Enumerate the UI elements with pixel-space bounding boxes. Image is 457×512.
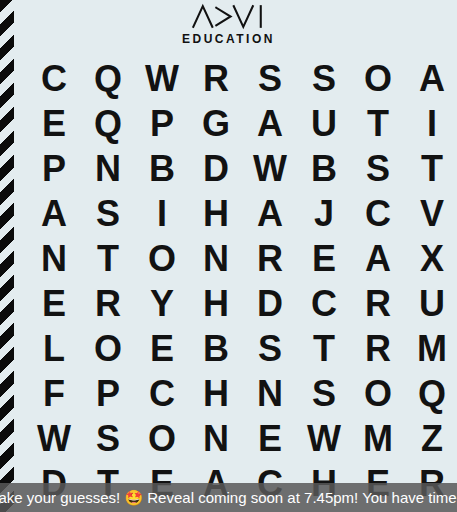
grid-cell: A	[243, 101, 297, 146]
grid-cell: R	[81, 281, 135, 326]
hazard-stripe-border	[0, 0, 14, 512]
grid-cell: M	[351, 416, 405, 461]
grid-cell: H	[189, 281, 243, 326]
grid-cell: F	[27, 371, 81, 416]
grid-cell: E	[297, 236, 351, 281]
grid-cell: B	[189, 326, 243, 371]
grid-cell: C	[27, 56, 81, 101]
grid-cell: T	[405, 146, 457, 191]
grid-cell: T	[351, 101, 405, 146]
grid-cell: N	[81, 146, 135, 191]
grid-cell: S	[81, 416, 135, 461]
grid-cell: V	[405, 191, 457, 236]
grid-cell: S	[243, 326, 297, 371]
grid-cell: Q	[405, 371, 457, 416]
grid-cell: N	[189, 416, 243, 461]
grid-cell: E	[27, 281, 81, 326]
grid-cell: O	[351, 56, 405, 101]
grid-cell: R	[243, 236, 297, 281]
advi-logo-icon	[189, 3, 269, 30]
word-search-screenshot: EDUCATION CQWRSSOAEQPGAUTIPNBDWBSTASIHAJ…	[0, 0, 457, 512]
header: EDUCATION	[0, 3, 457, 46]
grid-cell: U	[405, 281, 457, 326]
grid-cell: Z	[405, 416, 457, 461]
grid-cell: E	[27, 101, 81, 146]
grid-cell: R	[189, 56, 243, 101]
word-search-grid: CQWRSSOAEQPGAUTIPNBDWBSTASIHAJCVNTONREAX…	[27, 56, 457, 506]
logo-education-label: EDUCATION	[0, 32, 457, 46]
grid-cell: U	[297, 101, 351, 146]
banner-message: Make your guesses! 🤩 Reveal coming soon …	[0, 489, 457, 507]
grid-cell: O	[135, 236, 189, 281]
grid-cell: P	[81, 371, 135, 416]
grid-cell: N	[27, 236, 81, 281]
grid-cell: R	[351, 326, 405, 371]
grid-cell: T	[81, 236, 135, 281]
grid-cell: I	[135, 191, 189, 236]
overlay-banner: Make your guesses! 🤩 Reveal coming soon …	[0, 483, 457, 512]
grid-cell: M	[405, 326, 457, 371]
grid-cell: A	[27, 191, 81, 236]
grid-cell: A	[351, 236, 405, 281]
grid-cell: G	[189, 101, 243, 146]
grid-cell: P	[27, 146, 81, 191]
grid-cell: O	[351, 371, 405, 416]
grid-cell: N	[243, 371, 297, 416]
grid-cell: Q	[81, 56, 135, 101]
grid-cell: D	[243, 281, 297, 326]
grid-cell: S	[297, 371, 351, 416]
grid-cell: A	[405, 56, 457, 101]
grid-cell: N	[189, 236, 243, 281]
grid-cell: X	[405, 236, 457, 281]
grid-cell: Y	[135, 281, 189, 326]
grid-cell: O	[135, 416, 189, 461]
grid-cell: S	[351, 146, 405, 191]
grid-cell: L	[27, 326, 81, 371]
grid-cell: W	[135, 56, 189, 101]
grid-cell: O	[81, 326, 135, 371]
grid-cell: T	[297, 326, 351, 371]
grid-cell: B	[135, 146, 189, 191]
grid-cell: A	[243, 191, 297, 236]
grid-cell: E	[135, 326, 189, 371]
grid-cell: W	[27, 416, 81, 461]
grid-cell: R	[351, 281, 405, 326]
grid-cell: S	[297, 56, 351, 101]
grid-cell: P	[135, 101, 189, 146]
grid-cell: D	[189, 146, 243, 191]
grid-cell: S	[243, 56, 297, 101]
grid-cell: I	[405, 101, 457, 146]
grid-cell: C	[351, 191, 405, 236]
grid-cell: E	[243, 416, 297, 461]
grid-cell: W	[297, 416, 351, 461]
grid-cell: B	[297, 146, 351, 191]
grid-cell: C	[297, 281, 351, 326]
grid-cell: W	[243, 146, 297, 191]
grid-cell: H	[189, 371, 243, 416]
grid-cell: C	[135, 371, 189, 416]
grid-cell: H	[189, 191, 243, 236]
grid-cell: J	[297, 191, 351, 236]
grid-cell: Q	[81, 101, 135, 146]
grid-cell: S	[81, 191, 135, 236]
